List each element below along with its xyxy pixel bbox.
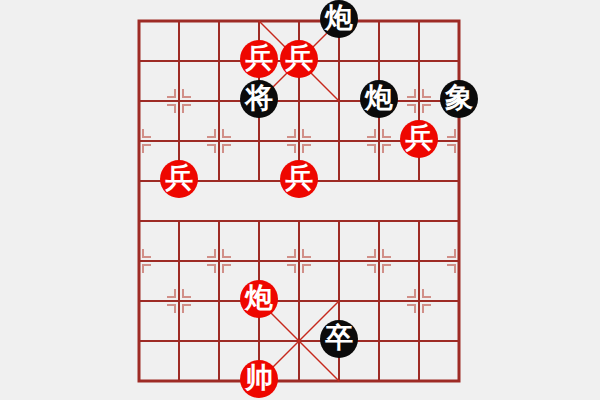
piece-glyph: 卒 <box>325 324 353 352</box>
piece-glyph: 兵 <box>245 44 273 72</box>
piece-glyph: 兵 <box>285 44 313 72</box>
piece-glyph: 象 <box>445 84 473 112</box>
piece-glyph: 兵 <box>405 124 433 152</box>
piece-red-general[interactable]: 帅 <box>240 360 278 398</box>
piece-black-elephant[interactable]: 象 <box>440 80 478 118</box>
piece-red-soldier[interactable]: 兵 <box>280 40 318 78</box>
piece-glyph: 炮 <box>245 284 273 312</box>
piece-black-soldier[interactable]: 卒 <box>320 320 358 358</box>
piece-red-soldier[interactable]: 兵 <box>240 40 278 78</box>
piece-black-general[interactable]: 将 <box>240 80 278 118</box>
piece-red-cannon[interactable]: 炮 <box>240 280 278 318</box>
pieces-layer: 炮兵兵将炮象兵兵兵炮卒帅 <box>0 0 600 400</box>
piece-glyph: 帅 <box>245 364 273 392</box>
piece-glyph: 将 <box>245 84 273 112</box>
piece-glyph: 炮 <box>365 84 393 112</box>
piece-black-cannon[interactable]: 炮 <box>320 0 358 38</box>
xiangqi-board: 炮兵兵将炮象兵兵兵炮卒帅 <box>0 0 600 400</box>
piece-black-cannon[interactable]: 炮 <box>360 80 398 118</box>
piece-glyph: 炮 <box>325 4 353 32</box>
piece-glyph: 兵 <box>165 164 193 192</box>
piece-red-soldier[interactable]: 兵 <box>400 120 438 158</box>
piece-glyph: 兵 <box>285 164 313 192</box>
piece-red-soldier[interactable]: 兵 <box>280 160 318 198</box>
piece-red-soldier[interactable]: 兵 <box>160 160 198 198</box>
